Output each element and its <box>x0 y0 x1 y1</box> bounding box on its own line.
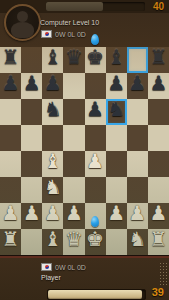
black-knight[interactable]: ♞ <box>42 97 63 123</box>
square-b7[interactable]: ♟ <box>21 73 42 99</box>
square-d1[interactable]: ♛ <box>63 229 84 255</box>
black-queen[interactable]: ♛ <box>63 45 84 71</box>
king-indicator-e1 <box>91 216 99 227</box>
square-d7[interactable] <box>63 73 84 99</box>
opponent-avatar-silhouette <box>17 11 28 22</box>
square-e1[interactable]: ♚ <box>85 229 106 255</box>
opponent-record: 0W 0L 0D <box>55 31 86 38</box>
square-h8[interactable]: ♜ <box>148 47 169 73</box>
player-time-bar <box>47 289 146 300</box>
square-e7[interactable] <box>85 73 106 99</box>
square-f8[interactable]: ♝ <box>106 47 127 73</box>
white-pawn[interactable]: ♟ <box>63 201 84 227</box>
square-f3[interactable] <box>106 177 127 203</box>
opponent-avatar <box>4 4 41 41</box>
square-g5[interactable] <box>127 125 148 151</box>
white-pawn[interactable]: ♟ <box>42 201 63 227</box>
white-pawn[interactable]: ♟ <box>21 201 42 227</box>
square-h7[interactable]: ♟ <box>148 73 169 99</box>
square-g3[interactable] <box>127 177 148 203</box>
square-d3[interactable] <box>63 177 84 203</box>
black-pawn[interactable]: ♟ <box>106 71 127 97</box>
opponent-time-bar <box>46 2 145 11</box>
black-rook[interactable]: ♜ <box>0 45 21 71</box>
white-bishop[interactable]: ♝ <box>42 227 63 253</box>
black-pawn[interactable]: ♟ <box>148 71 169 97</box>
square-b4[interactable] <box>21 151 42 177</box>
square-b3[interactable] <box>21 177 42 203</box>
black-pawn[interactable]: ♟ <box>0 71 21 97</box>
square-h1[interactable]: ♜ <box>148 229 169 255</box>
square-c1[interactable]: ♝ <box>42 229 63 255</box>
player-time-fill <box>48 290 142 299</box>
square-d5[interactable] <box>63 125 84 151</box>
opponent-timer: 40 <box>153 1 164 12</box>
square-f2[interactable]: ♟ <box>106 203 127 229</box>
square-c8[interactable]: ♝ <box>42 47 63 73</box>
square-b1[interactable] <box>21 229 42 255</box>
player-name: Player <box>41 274 61 281</box>
square-g4[interactable] <box>127 151 148 177</box>
player-panel: 0W 0L 0D Player 39 <box>0 256 169 300</box>
chess-board: ♜♝♛♚♝♜♟♟♟♟♟♟♞♟♞♝♟♞♟♟♟♟♟♟♟♜♝♛♚♞♜ <box>0 47 169 256</box>
white-queen[interactable]: ♛ <box>63 227 84 253</box>
square-c5[interactable] <box>42 125 63 151</box>
square-a4[interactable] <box>0 151 21 177</box>
white-rook[interactable]: ♜ <box>148 227 169 253</box>
opponent-name: Computer Level 10 <box>40 19 99 26</box>
white-knight[interactable]: ♞ <box>42 175 63 201</box>
white-king[interactable]: ♚ <box>85 227 106 253</box>
square-g8[interactable] <box>127 47 148 73</box>
white-bishop[interactable]: ♝ <box>42 149 63 175</box>
square-c2[interactable]: ♟ <box>42 203 63 229</box>
square-c4[interactable]: ♝ <box>42 151 63 177</box>
square-e4[interactable]: ♟ <box>85 151 106 177</box>
white-knight[interactable]: ♞ <box>127 227 148 253</box>
square-h5[interactable] <box>148 125 169 151</box>
square-f1[interactable] <box>106 229 127 255</box>
square-b6[interactable] <box>21 99 42 125</box>
square-c7[interactable]: ♟ <box>42 73 63 99</box>
black-pawn[interactable]: ♟ <box>21 71 42 97</box>
square-h2[interactable]: ♟ <box>148 203 169 229</box>
square-c3[interactable]: ♞ <box>42 177 63 203</box>
black-rook[interactable]: ♜ <box>148 45 169 71</box>
square-d2[interactable]: ♟ <box>63 203 84 229</box>
square-d8[interactable]: ♛ <box>63 47 84 73</box>
black-knight[interactable]: ♞ <box>106 97 127 123</box>
square-a3[interactable] <box>0 177 21 203</box>
white-pawn[interactable]: ♟ <box>127 201 148 227</box>
square-a6[interactable] <box>0 99 21 125</box>
square-h6[interactable] <box>148 99 169 125</box>
square-a5[interactable] <box>0 125 21 151</box>
square-g6[interactable] <box>127 99 148 125</box>
square-f4[interactable] <box>106 151 127 177</box>
black-pawn[interactable]: ♟ <box>85 97 106 123</box>
square-g1[interactable]: ♞ <box>127 229 148 255</box>
square-b2[interactable]: ♟ <box>21 203 42 229</box>
square-f7[interactable]: ♟ <box>106 73 127 99</box>
square-b5[interactable] <box>21 125 42 151</box>
square-a1[interactable]: ♜ <box>0 229 21 255</box>
square-e6[interactable]: ♟ <box>85 99 106 125</box>
south-korea-flag-icon <box>41 30 52 38</box>
player-record: 0W 0L 0D <box>55 264 86 271</box>
square-e3[interactable] <box>85 177 106 203</box>
chess-app-screen: 40 Computer Level 10 0W 0L 0D ♜♝♛♚♝♜♟♟♟♟… <box>0 0 169 300</box>
white-pawn[interactable]: ♟ <box>106 201 127 227</box>
white-pawn[interactable]: ♟ <box>85 149 106 175</box>
square-c6[interactable]: ♞ <box>42 99 63 125</box>
square-d6[interactable] <box>63 99 84 125</box>
white-pawn[interactable]: ♟ <box>0 201 21 227</box>
opponent-time-fill <box>46 2 103 11</box>
square-g7[interactable]: ♟ <box>127 73 148 99</box>
menu-grip-handle[interactable] <box>160 263 167 287</box>
white-pawn[interactable]: ♟ <box>148 201 169 227</box>
square-a8[interactable]: ♜ <box>0 47 21 73</box>
player-timer: 39 <box>152 286 164 298</box>
king-indicator-e8 <box>91 34 99 45</box>
square-e5[interactable] <box>85 125 106 151</box>
opponent-panel: 40 Computer Level 10 0W 0L 0D <box>0 0 169 48</box>
square-d4[interactable] <box>63 151 84 177</box>
square-h4[interactable] <box>148 151 169 177</box>
black-king[interactable]: ♚ <box>85 45 106 71</box>
square-f6[interactable]: ♞ <box>106 99 127 125</box>
square-b8[interactable] <box>21 47 42 73</box>
square-g2[interactable]: ♟ <box>127 203 148 229</box>
black-pawn[interactable]: ♟ <box>127 71 148 97</box>
black-bishop[interactable]: ♝ <box>106 45 127 71</box>
square-f5[interactable] <box>106 125 127 151</box>
square-a7[interactable]: ♟ <box>0 73 21 99</box>
square-e8[interactable]: ♚ <box>85 47 106 73</box>
white-rook[interactable]: ♜ <box>0 227 21 253</box>
black-bishop[interactable]: ♝ <box>42 45 63 71</box>
black-pawn[interactable]: ♟ <box>42 71 63 97</box>
square-h3[interactable] <box>148 177 169 203</box>
square-a2[interactable]: ♟ <box>0 203 21 229</box>
south-korea-flag-icon <box>41 263 52 271</box>
